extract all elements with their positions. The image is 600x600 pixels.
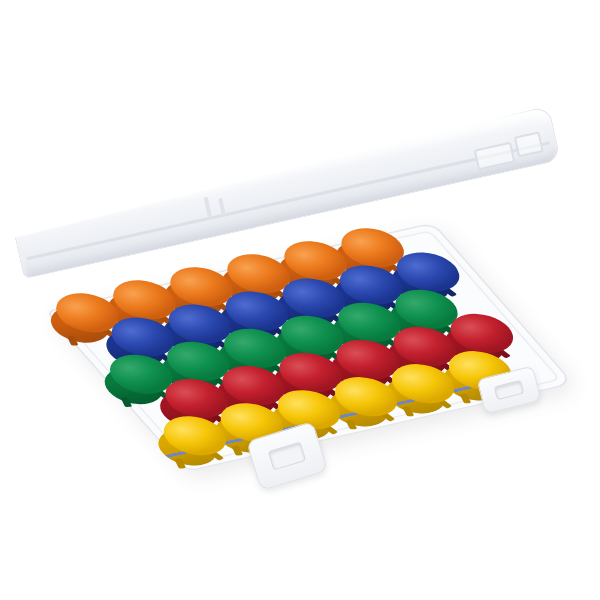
product-photo-scene <box>0 0 600 600</box>
side-clasp-hole <box>494 380 525 400</box>
lid-hinge-mark <box>204 197 213 220</box>
front-clasp-hole <box>268 441 306 470</box>
lid-crease-line <box>26 141 550 260</box>
lid-latch-slot <box>514 131 544 157</box>
lid-latch-slot <box>474 142 516 171</box>
